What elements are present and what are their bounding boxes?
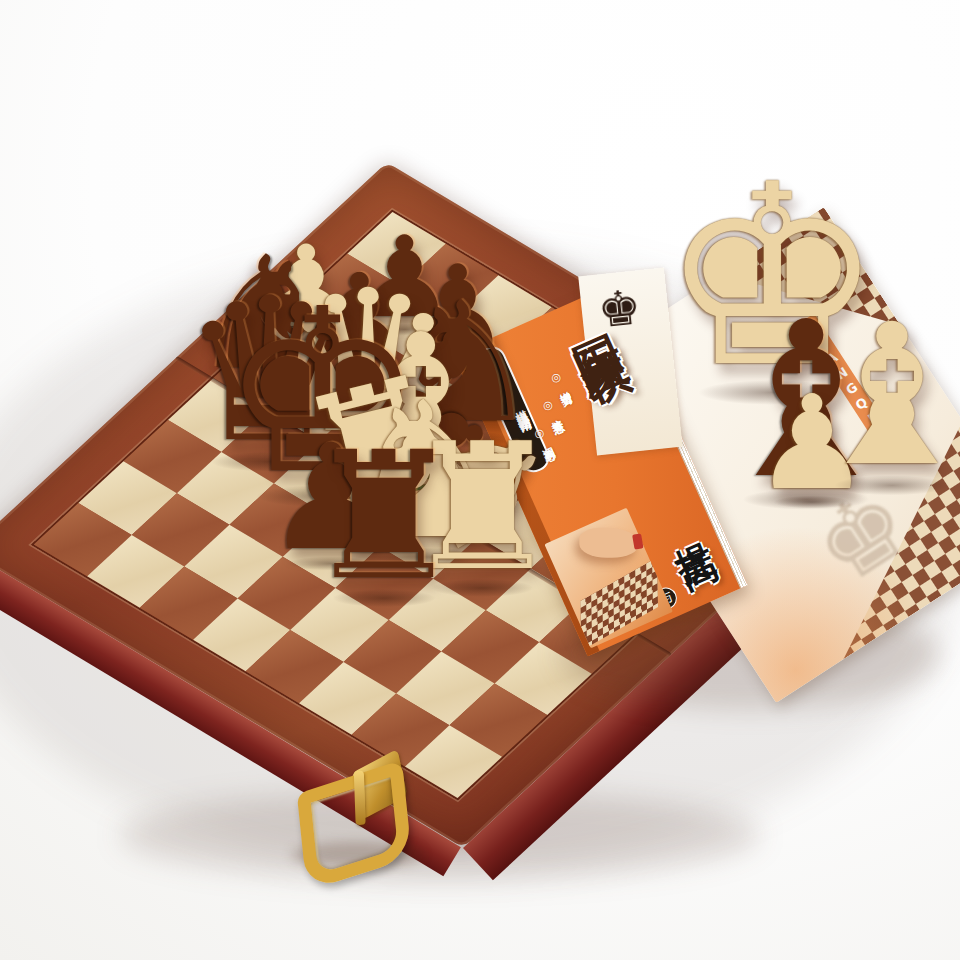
clasp-prong bbox=[354, 771, 366, 825]
book-bullet-0: ◎增进智力 bbox=[546, 369, 567, 392]
bishop-glyph: ♝ bbox=[805, 298, 960, 493]
hand-photo bbox=[579, 528, 639, 558]
piece-light-bishop[interactable]: ♝ bbox=[805, 298, 960, 493]
rook-glyph: ♜ bbox=[305, 429, 463, 605]
piece-dark-rook-e3[interactable]: ♜ bbox=[305, 429, 463, 605]
red-seal-mark bbox=[632, 533, 643, 549]
